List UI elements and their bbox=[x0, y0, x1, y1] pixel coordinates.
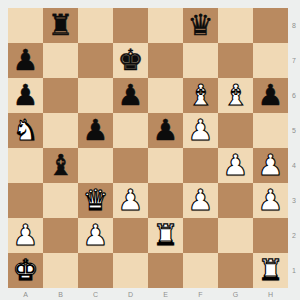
square-g1[interactable] bbox=[218, 253, 253, 288]
square-b1[interactable] bbox=[43, 253, 78, 288]
chessboard-app: ♜♛♟♚♟♟♝♝♟♞♟♟♟♝♟♟♛♟♟♟♟♟♜♚♜ ABCDEFGH 87654… bbox=[0, 0, 300, 300]
square-e2[interactable]: ♜ bbox=[148, 218, 183, 253]
square-b5[interactable] bbox=[43, 113, 78, 148]
square-d6[interactable]: ♟ bbox=[113, 78, 148, 113]
square-d7[interactable]: ♚ bbox=[113, 43, 148, 78]
file-coordinate-labels: ABCDEFGH bbox=[8, 288, 288, 300]
square-f5[interactable]: ♟ bbox=[183, 113, 218, 148]
square-c7[interactable] bbox=[78, 43, 113, 78]
black-pawn-a7[interactable]: ♟ bbox=[13, 43, 39, 78]
white-rook-e2[interactable]: ♜ bbox=[153, 218, 179, 253]
rank-label-7: 7 bbox=[288, 43, 300, 78]
square-g3[interactable] bbox=[218, 183, 253, 218]
square-f6[interactable]: ♝ bbox=[183, 78, 218, 113]
black-pawn-c5[interactable]: ♟ bbox=[83, 113, 109, 148]
white-pawn-f5[interactable]: ♟ bbox=[188, 113, 214, 148]
chess-board: ♜♛♟♚♟♟♝♝♟♞♟♟♟♝♟♟♛♟♟♟♟♟♜♚♜ bbox=[8, 8, 288, 288]
black-king-d7[interactable]: ♚ bbox=[118, 43, 144, 78]
square-a4[interactable] bbox=[8, 148, 43, 183]
white-pawn-h3[interactable]: ♟ bbox=[258, 183, 284, 218]
rank-coordinate-labels: 87654321 bbox=[288, 8, 300, 288]
square-e3[interactable] bbox=[148, 183, 183, 218]
square-a2[interactable]: ♟ bbox=[8, 218, 43, 253]
file-label-f: F bbox=[183, 288, 218, 300]
square-f1[interactable] bbox=[183, 253, 218, 288]
rank-label-5: 5 bbox=[288, 113, 300, 148]
square-h5[interactable] bbox=[253, 113, 288, 148]
rank-label-8: 8 bbox=[288, 8, 300, 43]
square-e6[interactable] bbox=[148, 78, 183, 113]
square-d8[interactable] bbox=[113, 8, 148, 43]
square-a8[interactable] bbox=[8, 8, 43, 43]
square-h3[interactable]: ♟ bbox=[253, 183, 288, 218]
black-pawn-a6[interactable]: ♟ bbox=[13, 78, 39, 113]
square-c1[interactable] bbox=[78, 253, 113, 288]
white-bishop-f6[interactable]: ♝ bbox=[188, 78, 214, 113]
square-f7[interactable] bbox=[183, 43, 218, 78]
white-bishop-g6[interactable]: ♝ bbox=[223, 78, 249, 113]
square-g4[interactable]: ♟ bbox=[218, 148, 253, 183]
square-c4[interactable] bbox=[78, 148, 113, 183]
file-label-e: E bbox=[148, 288, 183, 300]
rank-label-6: 6 bbox=[288, 78, 300, 113]
white-pawn-h4[interactable]: ♟ bbox=[258, 148, 284, 183]
square-e1[interactable] bbox=[148, 253, 183, 288]
square-h1[interactable]: ♜ bbox=[253, 253, 288, 288]
square-h6[interactable]: ♟ bbox=[253, 78, 288, 113]
square-g8[interactable] bbox=[218, 8, 253, 43]
file-label-b: B bbox=[43, 288, 78, 300]
black-pawn-e5[interactable]: ♟ bbox=[153, 113, 179, 148]
square-f2[interactable] bbox=[183, 218, 218, 253]
square-b2[interactable] bbox=[43, 218, 78, 253]
square-a7[interactable]: ♟ bbox=[8, 43, 43, 78]
black-queen-f8[interactable]: ♛ bbox=[188, 8, 214, 43]
square-c6[interactable] bbox=[78, 78, 113, 113]
square-b4[interactable]: ♝ bbox=[43, 148, 78, 183]
square-h4[interactable]: ♟ bbox=[253, 148, 288, 183]
white-king-a1[interactable]: ♚ bbox=[13, 253, 39, 288]
file-label-d: D bbox=[113, 288, 148, 300]
square-d3[interactable]: ♟ bbox=[113, 183, 148, 218]
black-pawn-h6[interactable]: ♟ bbox=[258, 78, 284, 113]
square-a3[interactable] bbox=[8, 183, 43, 218]
black-rook-b8[interactable]: ♜ bbox=[48, 8, 74, 43]
rank-label-2: 2 bbox=[288, 218, 300, 253]
square-f8[interactable]: ♛ bbox=[183, 8, 218, 43]
rank-label-4: 4 bbox=[288, 148, 300, 183]
square-e5[interactable]: ♟ bbox=[148, 113, 183, 148]
square-d1[interactable] bbox=[113, 253, 148, 288]
square-d2[interactable] bbox=[113, 218, 148, 253]
black-bishop-b4[interactable]: ♝ bbox=[48, 148, 74, 183]
square-f3[interactable]: ♟ bbox=[183, 183, 218, 218]
rank-label-1: 1 bbox=[288, 253, 300, 288]
white-pawn-d3[interactable]: ♟ bbox=[118, 183, 144, 218]
file-label-g: G bbox=[218, 288, 253, 300]
file-label-c: C bbox=[78, 288, 113, 300]
white-knight-a5[interactable]: ♞ bbox=[13, 113, 39, 148]
square-a5[interactable]: ♞ bbox=[8, 113, 43, 148]
rank-label-3: 3 bbox=[288, 183, 300, 218]
square-h8[interactable] bbox=[253, 8, 288, 43]
square-c8[interactable] bbox=[78, 8, 113, 43]
square-c2[interactable]: ♟ bbox=[78, 218, 113, 253]
square-a1[interactable]: ♚ bbox=[8, 253, 43, 288]
white-pawn-c2[interactable]: ♟ bbox=[83, 218, 109, 253]
white-pawn-a2[interactable]: ♟ bbox=[13, 218, 39, 253]
square-g5[interactable] bbox=[218, 113, 253, 148]
black-pawn-d6[interactable]: ♟ bbox=[118, 78, 144, 113]
square-b8[interactable]: ♜ bbox=[43, 8, 78, 43]
square-g7[interactable] bbox=[218, 43, 253, 78]
square-f4[interactable] bbox=[183, 148, 218, 183]
square-b6[interactable] bbox=[43, 78, 78, 113]
square-d5[interactable] bbox=[113, 113, 148, 148]
white-queen-c3[interactable]: ♛ bbox=[83, 183, 109, 218]
file-label-a: A bbox=[8, 288, 43, 300]
square-b7[interactable] bbox=[43, 43, 78, 78]
square-e4[interactable] bbox=[148, 148, 183, 183]
square-h2[interactable] bbox=[253, 218, 288, 253]
square-c5[interactable]: ♟ bbox=[78, 113, 113, 148]
square-h7[interactable] bbox=[253, 43, 288, 78]
square-b3[interactable] bbox=[43, 183, 78, 218]
square-e7[interactable] bbox=[148, 43, 183, 78]
square-a6[interactable]: ♟ bbox=[8, 78, 43, 113]
square-g2[interactable] bbox=[218, 218, 253, 253]
square-g6[interactable]: ♝ bbox=[218, 78, 253, 113]
square-e8[interactable] bbox=[148, 8, 183, 43]
square-d4[interactable] bbox=[113, 148, 148, 183]
white-pawn-f3[interactable]: ♟ bbox=[188, 183, 214, 218]
white-rook-h1[interactable]: ♜ bbox=[258, 253, 284, 288]
white-pawn-g4[interactable]: ♟ bbox=[223, 148, 249, 183]
square-c3[interactable]: ♛ bbox=[78, 183, 113, 218]
file-label-h: H bbox=[253, 288, 288, 300]
